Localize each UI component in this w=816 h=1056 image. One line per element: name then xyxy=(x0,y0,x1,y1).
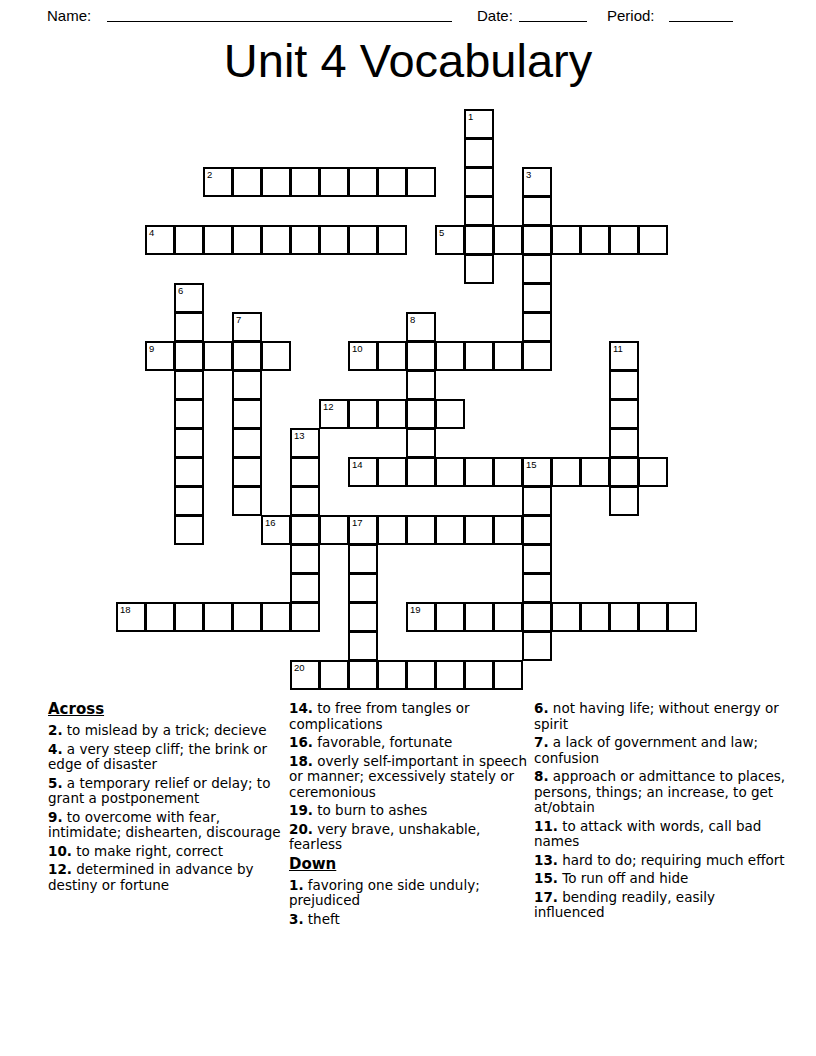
grid-cell-r7c4[interactable]: 7 xyxy=(232,312,262,342)
grid-cell-r16c6[interactable] xyxy=(290,573,320,603)
grid-cell-r8c1[interactable]: 9 xyxy=(145,341,175,371)
grid-cell-r17c0[interactable]: 18 xyxy=(116,602,146,632)
grid-cell-r10c8[interactable] xyxy=(348,399,378,429)
grid-cell-r8c4[interactable] xyxy=(232,341,262,371)
grid-cell-r17c18[interactable] xyxy=(638,602,668,632)
grid-cell-r2c4[interactable] xyxy=(232,167,262,197)
clue-number-12: 12 xyxy=(323,401,334,412)
clue-number-3: 3 xyxy=(526,169,531,180)
clue-5: 5. a temporary relief or delay; to grant… xyxy=(48,776,286,807)
clue-3-number: 3. xyxy=(289,911,304,927)
crossword-grid: 1234567891011121314151617181920 xyxy=(0,0,816,700)
grid-cell-r17c15[interactable] xyxy=(551,602,581,632)
clue-15: 15. To run off and hide xyxy=(534,871,786,887)
grid-cell-r2c14[interactable]: 3 xyxy=(522,167,552,197)
grid-cell-r12c12[interactable] xyxy=(464,457,494,487)
clue-number-14: 14 xyxy=(352,459,363,470)
clue-number-11: 11 xyxy=(613,343,623,354)
clue-13: 13. hard to do; requiring much effort xyxy=(534,853,786,869)
grid-cell-r14c5[interactable]: 16 xyxy=(261,515,291,545)
clue-number-20: 20 xyxy=(294,662,305,673)
grid-cell-r8c14[interactable] xyxy=(522,341,552,371)
grid-cell-r16c14[interactable] xyxy=(522,573,552,603)
grid-cell-r19c6[interactable]: 20 xyxy=(290,660,320,690)
grid-cell-r6c2[interactable]: 6 xyxy=(174,283,204,313)
clues-heading-down: Down xyxy=(289,856,537,873)
grid-cell-r5c12[interactable] xyxy=(464,254,494,284)
clue-number-10: 10 xyxy=(352,343,363,354)
grid-cell-r14c13[interactable] xyxy=(493,515,523,545)
grid-cell-r4c11[interactable]: 5 xyxy=(435,225,465,255)
clue-8: 8. approach or admittance to places, per… xyxy=(534,769,786,816)
grid-cell-r4c9[interactable] xyxy=(377,225,407,255)
grid-cell-r8c8[interactable]: 10 xyxy=(348,341,378,371)
grid-cell-r3c14[interactable] xyxy=(522,196,552,226)
grid-cell-r2c5[interactable] xyxy=(261,167,291,197)
grid-cell-r14c14[interactable] xyxy=(522,515,552,545)
clue-5-number: 5. xyxy=(48,775,63,791)
clue-16: 16. favorable, fortunate xyxy=(289,735,537,751)
grid-cell-r14c6[interactable] xyxy=(290,515,320,545)
grid-cell-r17c3[interactable] xyxy=(203,602,233,632)
grid-cell-r12c6[interactable] xyxy=(290,457,320,487)
grid-cell-r8c11[interactable] xyxy=(435,341,465,371)
grid-cell-r2c3[interactable]: 2 xyxy=(203,167,233,197)
clues-column-3: 6. not having life; without energy or sp… xyxy=(534,701,786,924)
grid-cell-r19c11[interactable] xyxy=(435,660,465,690)
grid-cell-r13c17[interactable] xyxy=(609,486,639,516)
grid-cell-r12c11[interactable] xyxy=(435,457,465,487)
clue-number-2: 2 xyxy=(207,169,212,180)
clue-number-7: 7 xyxy=(236,314,241,325)
grid-cell-r7c14[interactable] xyxy=(522,312,552,342)
grid-cell-r8c2[interactable] xyxy=(174,341,204,371)
clues-column-1: Across2. to mislead by a trick; decieve4… xyxy=(48,701,286,896)
grid-cell-r17c19[interactable] xyxy=(667,602,697,632)
clue-8-number: 8. xyxy=(534,768,549,784)
grid-cell-r12c2[interactable] xyxy=(174,457,204,487)
clue-number-15: 15 xyxy=(526,459,537,470)
clue-number-16: 16 xyxy=(265,517,276,528)
grid-cell-r10c9[interactable] xyxy=(377,399,407,429)
grid-cell-r14c9[interactable] xyxy=(377,515,407,545)
grid-cell-r12c8[interactable]: 14 xyxy=(348,457,378,487)
grid-cell-r17c11[interactable] xyxy=(435,602,465,632)
grid-cell-r4c2[interactable] xyxy=(174,225,204,255)
grid-cell-r4c8[interactable] xyxy=(348,225,378,255)
clue-6-number: 6. xyxy=(534,700,549,716)
grid-cell-r8c3[interactable] xyxy=(203,341,233,371)
clue-2: 2. to mislead by a trick; decieve xyxy=(48,723,286,739)
clue-4: 4. a very steep cliff; the brink or edge… xyxy=(48,742,286,773)
clue-number-18: 18 xyxy=(120,604,131,615)
clue-11: 11. to attack with words, call bad names xyxy=(534,819,786,850)
grid-cell-r10c11[interactable] xyxy=(435,399,465,429)
clue-number-17: 17 xyxy=(352,517,363,528)
grid-cell-r17c12[interactable] xyxy=(464,602,494,632)
clues-heading-across: Across xyxy=(48,701,286,718)
grid-cell-r7c10[interactable]: 8 xyxy=(406,312,436,342)
grid-cell-r9c10[interactable] xyxy=(406,370,436,400)
worksheet-page: Name: Date: Period: Unit 4 Vocabulary 12… xyxy=(0,0,816,1056)
clue-number-19: 19 xyxy=(410,604,421,615)
grid-cell-r4c5[interactable] xyxy=(261,225,291,255)
grid-cell-r12c10[interactable] xyxy=(406,457,436,487)
grid-cell-r8c9[interactable] xyxy=(377,341,407,371)
clue-11-number: 11. xyxy=(534,818,558,834)
grid-cell-r4c4[interactable] xyxy=(232,225,262,255)
grid-cell-r9c17[interactable] xyxy=(609,370,639,400)
clue-17: 17. bending readily, easily influenced xyxy=(534,890,786,921)
grid-cell-r19c13[interactable] xyxy=(493,660,523,690)
clue-9-number: 9. xyxy=(48,809,63,825)
grid-cell-r14c8[interactable]: 17 xyxy=(348,515,378,545)
grid-cell-r12c13[interactable] xyxy=(493,457,523,487)
grid-cell-r12c4[interactable] xyxy=(232,457,262,487)
grid-cell-r19c8[interactable] xyxy=(348,660,378,690)
grid-cell-r16c8[interactable] xyxy=(348,573,378,603)
grid-cell-r13c14[interactable] xyxy=(522,486,552,516)
grid-cell-r2c6[interactable] xyxy=(290,167,320,197)
clue-7-number: 7. xyxy=(534,734,549,750)
grid-cell-r17c5[interactable] xyxy=(261,602,291,632)
grid-cell-r8c10[interactable] xyxy=(406,341,436,371)
grid-cell-r13c4[interactable] xyxy=(232,486,262,516)
clue-number-9: 9 xyxy=(149,343,154,354)
grid-cell-r15c8[interactable] xyxy=(348,544,378,574)
clue-number-4: 4 xyxy=(149,227,154,238)
clue-2-number: 2. xyxy=(48,722,63,738)
grid-cell-r10c7[interactable]: 12 xyxy=(319,399,349,429)
grid-cell-r12c9[interactable] xyxy=(377,457,407,487)
grid-cell-r10c2[interactable] xyxy=(174,399,204,429)
grid-cell-r17c14[interactable] xyxy=(522,602,552,632)
grid-cell-r14c2[interactable] xyxy=(174,515,204,545)
grid-cell-r11c6[interactable]: 13 xyxy=(290,428,320,458)
grid-cell-r2c10[interactable] xyxy=(406,167,436,197)
grid-cell-r4c13[interactable] xyxy=(493,225,523,255)
grid-cell-r8c5[interactable] xyxy=(261,341,291,371)
grid-cell-r5c14[interactable] xyxy=(522,254,552,284)
grid-cell-r9c2[interactable] xyxy=(174,370,204,400)
grid-cell-r2c9[interactable] xyxy=(377,167,407,197)
grid-cell-r2c7[interactable] xyxy=(319,167,349,197)
clue-10-number: 10. xyxy=(48,843,72,859)
clue-19-number: 19. xyxy=(289,802,313,818)
grid-cell-r19c9[interactable] xyxy=(377,660,407,690)
clue-18: 18. overly self-important in speech or m… xyxy=(289,754,537,801)
grid-cell-r9c4[interactable] xyxy=(232,370,262,400)
grid-cell-r8c13[interactable] xyxy=(493,341,523,371)
clues-column-2: 14. to free from tangles or complication… xyxy=(289,701,537,930)
grid-cell-r19c12[interactable] xyxy=(464,660,494,690)
clue-7: 7. a lack of government and law; confusi… xyxy=(534,735,786,766)
grid-cell-r2c12[interactable] xyxy=(464,167,494,197)
clue-10: 10. to make right, correct xyxy=(48,844,286,860)
grid-cell-r12c17[interactable] xyxy=(609,457,639,487)
clue-3: 3. theft xyxy=(289,912,537,928)
clue-number-5: 5 xyxy=(439,227,444,238)
grid-cell-r17c10[interactable]: 19 xyxy=(406,602,436,632)
grid-cell-r4c18[interactable] xyxy=(638,225,668,255)
grid-cell-r4c6[interactable] xyxy=(290,225,320,255)
clue-15-number: 15. xyxy=(534,870,558,886)
grid-cell-r11c4[interactable] xyxy=(232,428,262,458)
clue-20-number: 20. xyxy=(289,821,313,837)
clue-17-number: 17. xyxy=(534,889,558,905)
grid-cell-r8c12[interactable] xyxy=(464,341,494,371)
grid-cell-r11c2[interactable] xyxy=(174,428,204,458)
grid-cell-r17c8[interactable] xyxy=(348,602,378,632)
grid-cell-r0c12[interactable]: 1 xyxy=(464,109,494,139)
grid-cell-r12c15[interactable] xyxy=(551,457,581,487)
grid-cell-r17c13[interactable] xyxy=(493,602,523,632)
grid-cell-r19c7[interactable] xyxy=(319,660,349,690)
clue-1-number: 1. xyxy=(289,877,304,893)
grid-cell-r14c7[interactable] xyxy=(319,515,349,545)
clue-14: 14. to free from tangles or complication… xyxy=(289,701,537,732)
clue-20: 20. very brave, unshakable, fearless xyxy=(289,822,537,853)
grid-cell-r14c11[interactable] xyxy=(435,515,465,545)
clue-number-13: 13 xyxy=(294,430,305,441)
grid-cell-r4c12[interactable] xyxy=(464,225,494,255)
clue-6: 6. not having life; without energy or sp… xyxy=(534,701,786,732)
grid-cell-r19c10[interactable] xyxy=(406,660,436,690)
grid-cell-r14c12[interactable] xyxy=(464,515,494,545)
grid-cell-r12c18[interactable] xyxy=(638,457,668,487)
clue-number-1: 1 xyxy=(468,111,473,122)
clue-number-6: 6 xyxy=(178,285,183,296)
clue-12-number: 12. xyxy=(48,861,72,877)
grid-cell-r10c17[interactable] xyxy=(609,399,639,429)
grid-cell-r8c17[interactable]: 11 xyxy=(609,341,639,371)
grid-cell-r6c14[interactable] xyxy=(522,283,552,313)
grid-cell-r17c1[interactable] xyxy=(145,602,175,632)
grid-cell-r17c17[interactable] xyxy=(609,602,639,632)
grid-cell-r12c16[interactable] xyxy=(580,457,610,487)
grid-cell-r4c15[interactable] xyxy=(551,225,581,255)
grid-cell-r4c14[interactable] xyxy=(522,225,552,255)
clue-14-number: 14. xyxy=(289,700,313,716)
grid-cell-r15c14[interactable] xyxy=(522,544,552,574)
grid-cell-r11c10[interactable] xyxy=(406,428,436,458)
grid-cell-r4c7[interactable] xyxy=(319,225,349,255)
grid-cell-r4c17[interactable] xyxy=(609,225,639,255)
grid-cell-r2c8[interactable] xyxy=(348,167,378,197)
grid-cell-r1c12[interactable] xyxy=(464,138,494,168)
grid-cell-r14c10[interactable] xyxy=(406,515,436,545)
grid-cell-r10c4[interactable] xyxy=(232,399,262,429)
grid-cell-r15c6[interactable] xyxy=(290,544,320,574)
clue-12: 12. determined in advance by destiny or … xyxy=(48,862,286,893)
grid-cell-r7c2[interactable] xyxy=(174,312,204,342)
clue-4-number: 4. xyxy=(48,741,63,757)
grid-cell-r17c4[interactable] xyxy=(232,602,262,632)
grid-cell-r4c1[interactable]: 4 xyxy=(145,225,175,255)
grid-cell-r17c16[interactable] xyxy=(580,602,610,632)
grid-cell-r18c14[interactable] xyxy=(522,631,552,661)
clue-number-8: 8 xyxy=(410,314,415,325)
grid-cell-r18c8[interactable] xyxy=(348,631,378,661)
grid-cell-r11c17[interactable] xyxy=(609,428,639,458)
clue-9: 9. to overcome with fear, intimidate; di… xyxy=(48,810,286,841)
grid-cell-r17c2[interactable] xyxy=(174,602,204,632)
grid-cell-r4c16[interactable] xyxy=(580,225,610,255)
grid-cell-r12c14[interactable]: 15 xyxy=(522,457,552,487)
grid-cell-r17c6[interactable] xyxy=(290,602,320,632)
grid-cell-r10c10[interactable] xyxy=(406,399,436,429)
grid-cell-r13c2[interactable] xyxy=(174,486,204,516)
clue-13-number: 13. xyxy=(534,852,558,868)
clue-18-number: 18. xyxy=(289,753,313,769)
grid-cell-r4c3[interactable] xyxy=(203,225,233,255)
clue-1: 1. favoring one side unduly; prejudiced xyxy=(289,878,537,909)
grid-cell-r13c6[interactable] xyxy=(290,486,320,516)
grid-cell-r3c12[interactable] xyxy=(464,196,494,226)
clue-19: 19. to burn to ashes xyxy=(289,803,537,819)
clue-16-number: 16. xyxy=(289,734,313,750)
